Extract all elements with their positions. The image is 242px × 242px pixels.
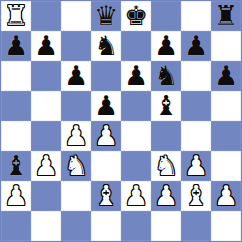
square-g1[interactable] (181, 211, 211, 241)
square-e2[interactable]: ♟ (121, 181, 151, 211)
square-c4[interactable]: ♟ (61, 121, 91, 151)
square-b1[interactable] (31, 211, 61, 241)
square-c2[interactable] (61, 181, 91, 211)
black-pawn-f7[interactable]: ♟ (154, 31, 178, 61)
square-d7[interactable]: ♞ (91, 31, 121, 61)
square-a2[interactable]: ♟ (1, 181, 31, 211)
square-d5[interactable]: ♟ (91, 91, 121, 121)
square-e5[interactable] (121, 91, 151, 121)
square-b8[interactable] (31, 1, 61, 31)
square-h2[interactable]: ♟ (211, 181, 241, 211)
black-king-e8[interactable]: ♚ (124, 1, 148, 31)
white-pawn-d4[interactable]: ♟ (94, 121, 118, 151)
black-bishop-f5[interactable]: ♝ (154, 91, 178, 121)
square-f5[interactable]: ♝ (151, 91, 181, 121)
white-knight-c3[interactable]: ♞ (64, 151, 88, 181)
black-queen-d8[interactable]: ♛ (94, 1, 118, 31)
square-e4[interactable] (121, 121, 151, 151)
square-g7[interactable]: ♟ (181, 31, 211, 61)
square-a8[interactable]: ♜ (1, 1, 31, 31)
black-pawn-h6[interactable]: ♟ (214, 61, 238, 91)
square-a1[interactable] (1, 211, 31, 241)
square-d3[interactable] (91, 151, 121, 181)
square-d4[interactable]: ♟ (91, 121, 121, 151)
square-d8[interactable]: ♛ (91, 1, 121, 31)
square-b5[interactable] (31, 91, 61, 121)
square-b6[interactable] (31, 61, 61, 91)
square-h4[interactable] (211, 121, 241, 151)
square-c7[interactable] (61, 31, 91, 61)
white-pawn-a2[interactable]: ♟ (4, 181, 28, 211)
white-pawn-g3[interactable]: ♟ (184, 151, 208, 181)
square-e7[interactable] (121, 31, 151, 61)
square-c1[interactable] (61, 211, 91, 241)
black-knight-d7[interactable]: ♞ (94, 31, 118, 61)
square-f7[interactable]: ♟ (151, 31, 181, 61)
square-h7[interactable] (211, 31, 241, 61)
square-g5[interactable] (181, 91, 211, 121)
square-a5[interactable] (1, 91, 31, 121)
square-c5[interactable] (61, 91, 91, 121)
square-b2[interactable] (31, 181, 61, 211)
white-pawn-f2[interactable]: ♟ (154, 181, 178, 211)
square-h5[interactable] (211, 91, 241, 121)
white-knight-f3[interactable]: ♞ (154, 151, 178, 181)
square-e3[interactable] (121, 151, 151, 181)
square-c8[interactable] (61, 1, 91, 31)
square-a3[interactable]: ♝ (1, 151, 31, 181)
square-f3[interactable]: ♞ (151, 151, 181, 181)
square-e8[interactable]: ♚ (121, 1, 151, 31)
square-f6[interactable]: ♞ (151, 61, 181, 91)
black-bishop-a3[interactable]: ♝ (4, 151, 28, 181)
black-pawn-b7[interactable]: ♟ (34, 31, 58, 61)
square-a4[interactable] (1, 121, 31, 151)
white-rook-a8[interactable]: ♜ (4, 1, 28, 31)
square-b3[interactable]: ♟ (31, 151, 61, 181)
square-g4[interactable] (181, 121, 211, 151)
black-pawn-a7[interactable]: ♟ (4, 31, 28, 61)
black-pawn-d5[interactable]: ♟ (94, 91, 118, 121)
square-h8[interactable]: ♜ (211, 1, 241, 31)
white-pawn-e2[interactable]: ♟ (124, 181, 148, 211)
square-a7[interactable]: ♟ (1, 31, 31, 61)
square-f8[interactable] (151, 1, 181, 31)
square-c3[interactable]: ♞ (61, 151, 91, 181)
square-d2[interactable]: ♝ (91, 181, 121, 211)
square-a6[interactable] (1, 61, 31, 91)
white-pawn-b3[interactable]: ♟ (34, 151, 58, 181)
square-b4[interactable] (31, 121, 61, 151)
square-g8[interactable] (181, 1, 211, 31)
square-b7[interactable]: ♟ (31, 31, 61, 61)
square-f1[interactable] (151, 211, 181, 241)
chess-board: ♜♛♚♜♟♟♞♟♟♟♟♞♟♟♝♟♟♝♟♞♞♟♟♝♟♟♝♟ (0, 0, 242, 242)
square-e1[interactable] (121, 211, 151, 241)
square-h3[interactable] (211, 151, 241, 181)
black-pawn-c6[interactable]: ♟ (64, 61, 88, 91)
square-g6[interactable] (181, 61, 211, 91)
square-g2[interactable]: ♝ (181, 181, 211, 211)
square-h6[interactable]: ♟ (211, 61, 241, 91)
square-g3[interactable]: ♟ (181, 151, 211, 181)
square-f4[interactable] (151, 121, 181, 151)
black-knight-f6[interactable]: ♞ (154, 61, 178, 91)
white-pawn-c4[interactable]: ♟ (64, 121, 88, 151)
square-f2[interactable]: ♟ (151, 181, 181, 211)
black-pawn-g7[interactable]: ♟ (184, 31, 208, 61)
black-pawn-e6[interactable]: ♟ (124, 61, 148, 91)
white-pawn-h2[interactable]: ♟ (214, 181, 238, 211)
square-h1[interactable] (211, 211, 241, 241)
white-bishop-d2[interactable]: ♝ (94, 181, 118, 211)
square-d6[interactable] (91, 61, 121, 91)
square-d1[interactable] (91, 211, 121, 241)
square-e6[interactable]: ♟ (121, 61, 151, 91)
square-c6[interactable]: ♟ (61, 61, 91, 91)
white-bishop-g2[interactable]: ♝ (184, 181, 208, 211)
black-rook-h8[interactable]: ♜ (214, 1, 238, 31)
